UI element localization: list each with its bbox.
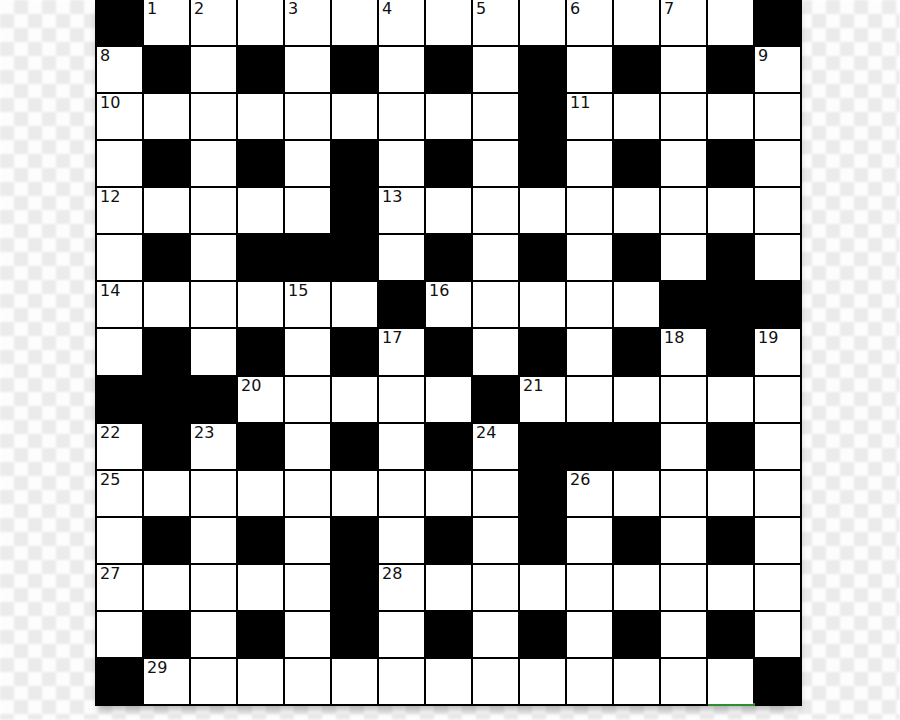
- cell-r0c6[interactable]: 4: [379, 0, 424, 45]
- cell-r4c10[interactable]: [567, 188, 612, 233]
- cell-r2c14[interactable]: [755, 94, 800, 139]
- clue-number-15: 15: [288, 282, 308, 300]
- cell-r11c6[interactable]: [379, 518, 424, 563]
- cell-r13c0[interactable]: [97, 612, 142, 657]
- cell-r8c11[interactable]: [614, 377, 659, 422]
- clue-number-10: 10: [100, 94, 120, 112]
- clue-number-21: 21: [523, 377, 543, 395]
- black-cell-r9c9: [520, 424, 565, 469]
- cell-r0c9[interactable]: [520, 0, 565, 45]
- cell-r2c6[interactable]: [379, 94, 424, 139]
- cell-r1c8[interactable]: [473, 47, 518, 92]
- cell-r7c10[interactable]: [567, 329, 612, 374]
- clue-number-7: 7: [664, 0, 674, 18]
- cell-r1c0[interactable]: 8: [97, 47, 142, 92]
- cell-r3c4[interactable]: [285, 141, 330, 186]
- cell-r12c11[interactable]: [614, 565, 659, 610]
- cell-r13c12[interactable]: [661, 612, 706, 657]
- clue-number-12: 12: [100, 188, 120, 206]
- cell-r6c5[interactable]: [332, 282, 377, 327]
- black-cell-r1c1: [144, 47, 189, 92]
- cell-r14c13[interactable]: [708, 659, 753, 704]
- black-cell-r14c0: [97, 659, 142, 704]
- black-cell-r6c12: [661, 282, 706, 327]
- cell-r4c1[interactable]: [144, 188, 189, 233]
- cell-r0c8[interactable]: 5: [473, 0, 518, 45]
- cell-r14c12[interactable]: [661, 659, 706, 704]
- clue-number-14: 14: [100, 282, 120, 300]
- black-cell-r8c2: [191, 377, 236, 422]
- cell-r0c5[interactable]: [332, 0, 377, 45]
- cell-r10c14[interactable]: [755, 471, 800, 516]
- cell-r3c0[interactable]: [97, 141, 142, 186]
- cell-r2c12[interactable]: [661, 94, 706, 139]
- clue-number-2: 2: [194, 0, 204, 18]
- black-cell-r5c9: [520, 235, 565, 280]
- cell-r10c6[interactable]: [379, 471, 424, 516]
- black-cell-r7c9: [520, 329, 565, 374]
- cell-r2c3[interactable]: [238, 94, 283, 139]
- cell-r5c8[interactable]: [473, 235, 518, 280]
- cell-r6c7[interactable]: 16: [426, 282, 471, 327]
- cell-r14c2[interactable]: [191, 659, 236, 704]
- clue-number-8: 8: [100, 47, 110, 65]
- black-cell-r9c10: [567, 424, 612, 469]
- black-cell-r5c1: [144, 235, 189, 280]
- cell-r4c14[interactable]: [755, 188, 800, 233]
- cell-r0c12[interactable]: 7: [661, 0, 706, 45]
- cell-r9c0[interactable]: 22: [97, 424, 142, 469]
- cell-r11c8[interactable]: [473, 518, 518, 563]
- cell-r7c12[interactable]: 18: [661, 329, 706, 374]
- black-cell-r3c5: [332, 141, 377, 186]
- cell-r2c7[interactable]: [426, 94, 471, 139]
- cell-r8c6[interactable]: [379, 377, 424, 422]
- cell-r0c10[interactable]: 6: [567, 0, 612, 45]
- cell-r5c12[interactable]: [661, 235, 706, 280]
- cell-r10c4[interactable]: [285, 471, 330, 516]
- clue-number-9: 9: [758, 47, 768, 65]
- black-cell-r1c7: [426, 47, 471, 92]
- clue-number-20: 20: [241, 377, 261, 395]
- black-cell-r3c13: [708, 141, 753, 186]
- cell-r10c5[interactable]: [332, 471, 377, 516]
- cell-r1c6[interactable]: [379, 47, 424, 92]
- cell-r11c4[interactable]: [285, 518, 330, 563]
- cell-r10c3[interactable]: [238, 471, 283, 516]
- cell-r8c5[interactable]: [332, 377, 377, 422]
- black-cell-r5c11: [614, 235, 659, 280]
- cell-r14c5[interactable]: [332, 659, 377, 704]
- black-cell-r11c3: [238, 518, 283, 563]
- cell-r12c7[interactable]: [426, 565, 471, 610]
- cell-r12c13[interactable]: [708, 565, 753, 610]
- black-cell-r4c5: [332, 188, 377, 233]
- cell-r3c2[interactable]: [191, 141, 236, 186]
- black-cell-r11c9: [520, 518, 565, 563]
- clue-number-23: 23: [194, 424, 214, 442]
- cell-r3c8[interactable]: [473, 141, 518, 186]
- cell-r4c9[interactable]: [520, 188, 565, 233]
- black-cell-r0c0: [97, 0, 142, 45]
- black-cell-r5c7: [426, 235, 471, 280]
- crossword-board: 1234567891011121314151617181920212223242…: [95, 0, 802, 706]
- cell-r7c6[interactable]: 17: [379, 329, 424, 374]
- cell-r8c9[interactable]: 21: [520, 377, 565, 422]
- cell-r14c1[interactable]: 29: [144, 659, 189, 704]
- black-cell-r9c11: [614, 424, 659, 469]
- cell-r4c0[interactable]: 12: [97, 188, 142, 233]
- cell-r12c14[interactable]: [755, 565, 800, 610]
- cell-r14c7[interactable]: [426, 659, 471, 704]
- clue-number-27: 27: [100, 565, 120, 583]
- black-cell-r8c0: [97, 377, 142, 422]
- cell-r11c0[interactable]: [97, 518, 142, 563]
- cell-r9c6[interactable]: [379, 424, 424, 469]
- cell-r12c1[interactable]: [144, 565, 189, 610]
- cell-r5c6[interactable]: [379, 235, 424, 280]
- black-cell-r5c3: [238, 235, 283, 280]
- cell-r10c0[interactable]: 25: [97, 471, 142, 516]
- cell-r0c3[interactable]: [238, 0, 283, 45]
- clue-number-25: 25: [100, 471, 120, 489]
- cell-r9c14[interactable]: [755, 424, 800, 469]
- cell-r6c9[interactable]: [520, 282, 565, 327]
- cell-r5c0[interactable]: [97, 235, 142, 280]
- cell-r6c1[interactable]: [144, 282, 189, 327]
- cell-r8c3[interactable]: 20: [238, 377, 283, 422]
- cell-r12c3[interactable]: [238, 565, 283, 610]
- black-cell-r7c13: [708, 329, 753, 374]
- black-cell-r7c3: [238, 329, 283, 374]
- clue-number-22: 22: [100, 424, 120, 442]
- black-cell-r13c13: [708, 612, 753, 657]
- clue-number-6: 6: [570, 0, 580, 18]
- cell-r2c4[interactable]: [285, 94, 330, 139]
- cell-r8c4[interactable]: [285, 377, 330, 422]
- cell-r10c11[interactable]: [614, 471, 659, 516]
- black-cell-r7c7: [426, 329, 471, 374]
- cell-r13c14[interactable]: [755, 612, 800, 657]
- cell-r7c0[interactable]: [97, 329, 142, 374]
- black-cell-r9c1: [144, 424, 189, 469]
- cell-r7c14[interactable]: 19: [755, 329, 800, 374]
- cell-r11c12[interactable]: [661, 518, 706, 563]
- black-cell-r1c9: [520, 47, 565, 92]
- cell-r6c3[interactable]: [238, 282, 283, 327]
- cell-r3c14[interactable]: [755, 141, 800, 186]
- cell-r10c2[interactable]: [191, 471, 236, 516]
- clue-number-3: 3: [288, 0, 298, 18]
- cell-r11c14[interactable]: [755, 518, 800, 563]
- clue-number-17: 17: [382, 329, 402, 347]
- cell-r12c2[interactable]: [191, 565, 236, 610]
- clue-number-4: 4: [382, 0, 392, 18]
- black-cell-r11c11: [614, 518, 659, 563]
- cell-r12c6[interactable]: 28: [379, 565, 424, 610]
- black-cell-r13c9: [520, 612, 565, 657]
- black-cell-r1c3: [238, 47, 283, 92]
- clue-number-13: 13: [382, 188, 402, 206]
- cell-r4c6[interactable]: 13: [379, 188, 424, 233]
- cell-r14c9[interactable]: [520, 659, 565, 704]
- black-cell-r8c1: [144, 377, 189, 422]
- cell-r4c3[interactable]: [238, 188, 283, 233]
- cell-r14c6[interactable]: [379, 659, 424, 704]
- cell-r12c4[interactable]: [285, 565, 330, 610]
- cell-r2c2[interactable]: [191, 94, 236, 139]
- cell-r10c8[interactable]: [473, 471, 518, 516]
- cell-r1c14[interactable]: 9: [755, 47, 800, 92]
- cell-r4c2[interactable]: [191, 188, 236, 233]
- black-cell-r6c14: [755, 282, 800, 327]
- cell-r4c4[interactable]: [285, 188, 330, 233]
- cell-r0c13[interactable]: [708, 0, 753, 45]
- black-cell-r7c5: [332, 329, 377, 374]
- cell-r2c8[interactable]: [473, 94, 518, 139]
- cell-r6c8[interactable]: [473, 282, 518, 327]
- cell-r3c12[interactable]: [661, 141, 706, 186]
- black-cell-r7c11: [614, 329, 659, 374]
- clue-number-1: 1: [147, 0, 157, 18]
- cell-r7c2[interactable]: [191, 329, 236, 374]
- black-cell-r3c9: [520, 141, 565, 186]
- black-cell-r1c5: [332, 47, 377, 92]
- cell-r0c7[interactable]: [426, 0, 471, 45]
- cell-r13c6[interactable]: [379, 612, 424, 657]
- cell-r6c10[interactable]: [567, 282, 612, 327]
- cell-r12c12[interactable]: [661, 565, 706, 610]
- black-cell-r9c3: [238, 424, 283, 469]
- cell-r8c13[interactable]: [708, 377, 753, 422]
- black-cell-r11c5: [332, 518, 377, 563]
- black-cell-r7c1: [144, 329, 189, 374]
- black-cell-r13c5: [332, 612, 377, 657]
- cell-r4c8[interactable]: [473, 188, 518, 233]
- cell-r14c3[interactable]: [238, 659, 283, 704]
- black-cell-r6c6: [379, 282, 424, 327]
- cell-r2c0[interactable]: 10: [97, 94, 142, 139]
- black-cell-r3c11: [614, 141, 659, 186]
- black-cell-r1c13: [708, 47, 753, 92]
- cell-r9c12[interactable]: [661, 424, 706, 469]
- black-cell-r11c7: [426, 518, 471, 563]
- cell-r13c8[interactable]: [473, 612, 518, 657]
- cell-r1c10[interactable]: [567, 47, 612, 92]
- cell-r1c2[interactable]: [191, 47, 236, 92]
- clue-number-11: 11: [570, 94, 590, 112]
- cell-r12c0[interactable]: 27: [97, 565, 142, 610]
- cell-r12c9[interactable]: [520, 565, 565, 610]
- cell-r5c14[interactable]: [755, 235, 800, 280]
- cell-r10c12[interactable]: [661, 471, 706, 516]
- cell-r9c2[interactable]: 23: [191, 424, 236, 469]
- cell-r13c2[interactable]: [191, 612, 236, 657]
- cell-r12c10[interactable]: [567, 565, 612, 610]
- cell-r0c2[interactable]: 2: [191, 0, 236, 45]
- cell-r10c1[interactable]: [144, 471, 189, 516]
- cell-r4c12[interactable]: [661, 188, 706, 233]
- black-cell-r9c13: [708, 424, 753, 469]
- cell-r14c4[interactable]: [285, 659, 330, 704]
- black-cell-r6c13: [708, 282, 753, 327]
- cell-r12c8[interactable]: [473, 565, 518, 610]
- clue-number-29: 29: [147, 659, 167, 677]
- black-cell-r11c1: [144, 518, 189, 563]
- cell-r6c0[interactable]: 14: [97, 282, 142, 327]
- cell-r5c2[interactable]: [191, 235, 236, 280]
- cell-r14c8[interactable]: [473, 659, 518, 704]
- cell-r6c2[interactable]: [191, 282, 236, 327]
- cell-r9c8[interactable]: 24: [473, 424, 518, 469]
- cell-r6c4[interactable]: 15: [285, 282, 330, 327]
- black-cell-r5c4: [285, 235, 330, 280]
- black-cell-r13c7: [426, 612, 471, 657]
- black-cell-r8c8: [473, 377, 518, 422]
- cell-r3c6[interactable]: [379, 141, 424, 186]
- cell-r10c10[interactable]: 26: [567, 471, 612, 516]
- black-cell-r2c9: [520, 94, 565, 139]
- cell-r13c10[interactable]: [567, 612, 612, 657]
- cell-r0c1[interactable]: 1: [144, 0, 189, 45]
- cell-r8c7[interactable]: [426, 377, 471, 422]
- cell-r0c11[interactable]: [614, 0, 659, 45]
- clue-number-5: 5: [476, 0, 486, 18]
- clue-number-18: 18: [664, 329, 684, 347]
- cell-r2c11[interactable]: [614, 94, 659, 139]
- clue-number-19: 19: [758, 329, 778, 347]
- clue-number-24: 24: [476, 424, 496, 442]
- black-cell-r0c14: [755, 0, 800, 45]
- cell-r13c4[interactable]: [285, 612, 330, 657]
- cell-r4c13[interactable]: [708, 188, 753, 233]
- cell-r0c4[interactable]: 3: [285, 0, 330, 45]
- clue-number-26: 26: [570, 471, 590, 489]
- black-cell-r5c5: [332, 235, 377, 280]
- black-cell-r3c7: [426, 141, 471, 186]
- black-cell-r3c1: [144, 141, 189, 186]
- black-cell-r5c13: [708, 235, 753, 280]
- cell-r2c13[interactable]: [708, 94, 753, 139]
- cell-r2c10[interactable]: 11: [567, 94, 612, 139]
- black-cell-r13c3: [238, 612, 283, 657]
- cell-r5c10[interactable]: [567, 235, 612, 280]
- cell-r4c7[interactable]: [426, 188, 471, 233]
- cell-r11c2[interactable]: [191, 518, 236, 563]
- cell-r10c13[interactable]: [708, 471, 753, 516]
- black-cell-r13c11: [614, 612, 659, 657]
- cell-r14c10[interactable]: [567, 659, 612, 704]
- black-cell-r3c3: [238, 141, 283, 186]
- cell-r7c4[interactable]: [285, 329, 330, 374]
- cell-r9c4[interactable]: [285, 424, 330, 469]
- cell-r2c5[interactable]: [332, 94, 377, 139]
- clue-number-28: 28: [382, 565, 402, 583]
- black-cell-r9c5: [332, 424, 377, 469]
- cell-r6c11[interactable]: [614, 282, 659, 327]
- black-cell-r12c5: [332, 565, 377, 610]
- cell-r2c1[interactable]: [144, 94, 189, 139]
- cell-r7c8[interactable]: [473, 329, 518, 374]
- clue-number-16: 16: [429, 282, 449, 300]
- cell-r11c10[interactable]: [567, 518, 612, 563]
- cell-r8c12[interactable]: [661, 377, 706, 422]
- black-cell-r14c14: [755, 659, 800, 704]
- black-cell-r9c7: [426, 424, 471, 469]
- cell-r8c10[interactable]: [567, 377, 612, 422]
- black-cell-r1c11: [614, 47, 659, 92]
- cell-r3c10[interactable]: [567, 141, 612, 186]
- black-cell-r11c13: [708, 518, 753, 563]
- cell-r14c11[interactable]: [614, 659, 659, 704]
- cell-r10c7[interactable]: [426, 471, 471, 516]
- black-cell-r10c9: [520, 471, 565, 516]
- cell-r8c14[interactable]: [755, 377, 800, 422]
- cell-r4c11[interactable]: [614, 188, 659, 233]
- cell-r1c4[interactable]: [285, 47, 330, 92]
- black-cell-r13c1: [144, 612, 189, 657]
- cell-r1c12[interactable]: [661, 47, 706, 92]
